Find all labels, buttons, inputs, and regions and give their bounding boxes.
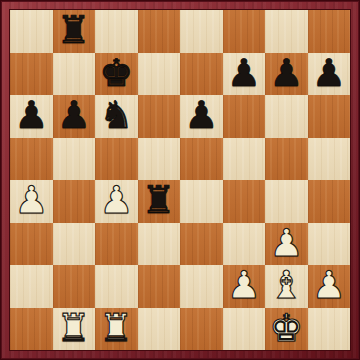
white-rook-piece[interactable]: ♜ bbox=[57, 308, 91, 350]
black-king-piece[interactable]: ♚ bbox=[99, 53, 133, 95]
square-f2[interactable]: ♟ bbox=[223, 265, 266, 308]
square-d6[interactable] bbox=[138, 95, 181, 138]
square-f1[interactable] bbox=[223, 308, 266, 351]
square-g6[interactable] bbox=[265, 95, 308, 138]
square-f7[interactable]: ♟ bbox=[223, 53, 266, 96]
square-a6[interactable]: ♟ bbox=[10, 95, 53, 138]
square-a3[interactable] bbox=[10, 223, 53, 266]
square-c4[interactable]: ♟ bbox=[95, 180, 138, 223]
square-h3[interactable] bbox=[308, 223, 351, 266]
white-king-piece[interactable]: ♚ bbox=[269, 308, 303, 350]
square-d7[interactable] bbox=[138, 53, 181, 96]
black-pawn-piece[interactable]: ♟ bbox=[57, 95, 91, 137]
square-g7[interactable]: ♟ bbox=[265, 53, 308, 96]
square-b8[interactable]: ♜ bbox=[53, 10, 96, 53]
square-d4[interactable]: ♜ bbox=[138, 180, 181, 223]
white-pawn-piece[interactable]: ♟ bbox=[99, 180, 133, 222]
black-rook-piece[interactable]: ♜ bbox=[57, 10, 91, 52]
white-rook-piece[interactable]: ♜ bbox=[99, 308, 133, 350]
square-a8[interactable] bbox=[10, 10, 53, 53]
square-a1[interactable] bbox=[10, 308, 53, 351]
board-inner-edge: ♜♚♟♟♟♟♟♞♟♟♟♜♟♟♝♟♜♜♚ bbox=[9, 9, 351, 351]
square-f5[interactable] bbox=[223, 138, 266, 181]
white-pawn-piece[interactable]: ♟ bbox=[269, 223, 303, 265]
square-b1[interactable]: ♜ bbox=[53, 308, 96, 351]
black-pawn-piece[interactable]: ♟ bbox=[312, 53, 346, 95]
square-a2[interactable] bbox=[10, 265, 53, 308]
white-bishop-piece[interactable]: ♝ bbox=[269, 265, 303, 307]
square-c1[interactable]: ♜ bbox=[95, 308, 138, 351]
square-e2[interactable] bbox=[180, 265, 223, 308]
square-h1[interactable] bbox=[308, 308, 351, 351]
square-e4[interactable] bbox=[180, 180, 223, 223]
square-d5[interactable] bbox=[138, 138, 181, 181]
square-c5[interactable] bbox=[95, 138, 138, 181]
square-h6[interactable] bbox=[308, 95, 351, 138]
square-b6[interactable]: ♟ bbox=[53, 95, 96, 138]
square-a5[interactable] bbox=[10, 138, 53, 181]
square-b7[interactable] bbox=[53, 53, 96, 96]
square-e7[interactable] bbox=[180, 53, 223, 96]
white-pawn-piece[interactable]: ♟ bbox=[227, 265, 261, 307]
black-pawn-piece[interactable]: ♟ bbox=[227, 53, 261, 95]
square-c3[interactable] bbox=[95, 223, 138, 266]
square-a4[interactable]: ♟ bbox=[10, 180, 53, 223]
square-b5[interactable] bbox=[53, 138, 96, 181]
square-e6[interactable]: ♟ bbox=[180, 95, 223, 138]
square-b3[interactable] bbox=[53, 223, 96, 266]
square-g2[interactable]: ♝ bbox=[265, 265, 308, 308]
square-f3[interactable] bbox=[223, 223, 266, 266]
square-g4[interactable] bbox=[265, 180, 308, 223]
board-frame: ♜♚♟♟♟♟♟♞♟♟♟♜♟♟♝♟♜♜♚ bbox=[0, 0, 360, 360]
black-pawn-piece[interactable]: ♟ bbox=[14, 95, 48, 137]
black-pawn-piece[interactable]: ♟ bbox=[184, 95, 218, 137]
square-d2[interactable] bbox=[138, 265, 181, 308]
square-f4[interactable] bbox=[223, 180, 266, 223]
white-pawn-piece[interactable]: ♟ bbox=[312, 265, 346, 307]
square-h5[interactable] bbox=[308, 138, 351, 181]
black-pawn-piece[interactable]: ♟ bbox=[269, 53, 303, 95]
square-d1[interactable] bbox=[138, 308, 181, 351]
white-pawn-piece[interactable]: ♟ bbox=[14, 180, 48, 222]
square-e5[interactable] bbox=[180, 138, 223, 181]
square-b4[interactable] bbox=[53, 180, 96, 223]
square-d8[interactable] bbox=[138, 10, 181, 53]
square-b2[interactable] bbox=[53, 265, 96, 308]
square-h7[interactable]: ♟ bbox=[308, 53, 351, 96]
square-g5[interactable] bbox=[265, 138, 308, 181]
square-g1[interactable]: ♚ bbox=[265, 308, 308, 351]
square-e8[interactable] bbox=[180, 10, 223, 53]
chess-board: ♜♚♟♟♟♟♟♞♟♟♟♜♟♟♝♟♜♜♚ bbox=[10, 10, 350, 350]
black-knight-piece[interactable]: ♞ bbox=[99, 95, 133, 137]
square-c2[interactable] bbox=[95, 265, 138, 308]
square-h8[interactable] bbox=[308, 10, 351, 53]
square-e3[interactable] bbox=[180, 223, 223, 266]
square-h2[interactable]: ♟ bbox=[308, 265, 351, 308]
square-h4[interactable] bbox=[308, 180, 351, 223]
square-g3[interactable]: ♟ bbox=[265, 223, 308, 266]
square-e1[interactable] bbox=[180, 308, 223, 351]
square-f8[interactable] bbox=[223, 10, 266, 53]
square-c8[interactable] bbox=[95, 10, 138, 53]
square-c6[interactable]: ♞ bbox=[95, 95, 138, 138]
square-g8[interactable] bbox=[265, 10, 308, 53]
square-f6[interactable] bbox=[223, 95, 266, 138]
square-d3[interactable] bbox=[138, 223, 181, 266]
square-a7[interactable] bbox=[10, 53, 53, 96]
square-c7[interactable]: ♚ bbox=[95, 53, 138, 96]
black-rook-piece[interactable]: ♜ bbox=[142, 180, 176, 222]
